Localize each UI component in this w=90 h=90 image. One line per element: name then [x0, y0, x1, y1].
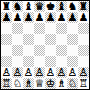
square-f1[interactable]: ♗ — [56, 78, 67, 89]
white-pawn[interactable]: ♙ — [2, 67, 11, 78]
black-pawn[interactable]: ♟ — [68, 12, 77, 23]
square-f3[interactable] — [56, 56, 67, 67]
white-pawn[interactable]: ♙ — [35, 67, 44, 78]
square-g3[interactable] — [67, 56, 78, 67]
square-e4[interactable] — [45, 45, 56, 56]
square-h8[interactable]: ♜ — [78, 1, 89, 12]
square-c3[interactable] — [23, 56, 34, 67]
black-pawn[interactable]: ♟ — [57, 12, 66, 23]
square-g7[interactable]: ♟ — [67, 12, 78, 23]
black-king[interactable]: ♚ — [46, 1, 55, 12]
white-bishop[interactable]: ♗ — [24, 78, 33, 89]
black-pawn[interactable]: ♟ — [79, 12, 88, 23]
square-c7[interactable]: ♟ — [23, 12, 34, 23]
square-g5[interactable] — [67, 34, 78, 45]
square-g6[interactable] — [67, 23, 78, 34]
square-c1[interactable]: ♗ — [23, 78, 34, 89]
square-d8[interactable]: ♛ — [34, 1, 45, 12]
white-pawn[interactable]: ♙ — [79, 67, 88, 78]
square-h3[interactable] — [78, 56, 89, 67]
square-e8[interactable]: ♚ — [45, 1, 56, 12]
square-b7[interactable]: ♟ — [12, 12, 23, 23]
square-f2[interactable]: ♙ — [56, 67, 67, 78]
black-bishop[interactable]: ♝ — [24, 1, 33, 12]
square-a4[interactable] — [1, 45, 12, 56]
black-pawn[interactable]: ♟ — [46, 12, 55, 23]
black-rook[interactable]: ♜ — [2, 1, 11, 12]
square-b4[interactable] — [12, 45, 23, 56]
white-knight[interactable]: ♘ — [13, 78, 22, 89]
square-f8[interactable]: ♝ — [56, 1, 67, 12]
square-b2[interactable]: ♙ — [12, 67, 23, 78]
square-f4[interactable] — [56, 45, 67, 56]
square-d7[interactable]: ♟ — [34, 12, 45, 23]
square-e6[interactable] — [45, 23, 56, 34]
black-bishop[interactable]: ♝ — [57, 1, 66, 12]
white-king[interactable]: ♔ — [46, 78, 55, 89]
square-g8[interactable]: ♞ — [67, 1, 78, 12]
square-g4[interactable] — [67, 45, 78, 56]
chess-board-frame: ♜♞♝♛♚♝♞♜♟♟♟♟♟♟♟♟♙♙♙♙♙♙♙♙♖♘♗♕♔♗♘♖ — [0, 0, 90, 90]
square-b5[interactable] — [12, 34, 23, 45]
white-pawn[interactable]: ♙ — [68, 67, 77, 78]
square-c5[interactable] — [23, 34, 34, 45]
square-b3[interactable] — [12, 56, 23, 67]
square-b8[interactable]: ♞ — [12, 1, 23, 12]
white-pawn[interactable]: ♙ — [24, 67, 33, 78]
square-d5[interactable] — [34, 34, 45, 45]
square-g1[interactable]: ♘ — [67, 78, 78, 89]
square-f5[interactable] — [56, 34, 67, 45]
square-d3[interactable] — [34, 56, 45, 67]
white-knight[interactable]: ♘ — [68, 78, 77, 89]
square-a3[interactable] — [1, 56, 12, 67]
white-pawn[interactable]: ♙ — [13, 67, 22, 78]
black-queen[interactable]: ♛ — [35, 1, 44, 12]
square-f7[interactable]: ♟ — [56, 12, 67, 23]
white-pawn[interactable]: ♙ — [46, 67, 55, 78]
square-d1[interactable]: ♕ — [34, 78, 45, 89]
black-pawn[interactable]: ♟ — [13, 12, 22, 23]
square-e2[interactable]: ♙ — [45, 67, 56, 78]
square-e1[interactable]: ♔ — [45, 78, 56, 89]
square-e5[interactable] — [45, 34, 56, 45]
black-knight[interactable]: ♞ — [68, 1, 77, 12]
square-h1[interactable]: ♖ — [78, 78, 89, 89]
black-knight[interactable]: ♞ — [13, 1, 22, 12]
square-d6[interactable] — [34, 23, 45, 34]
square-d2[interactable]: ♙ — [34, 67, 45, 78]
square-d4[interactable] — [34, 45, 45, 56]
black-pawn[interactable]: ♟ — [2, 12, 11, 23]
square-h2[interactable]: ♙ — [78, 67, 89, 78]
square-a2[interactable]: ♙ — [1, 67, 12, 78]
square-a6[interactable] — [1, 23, 12, 34]
square-e3[interactable] — [45, 56, 56, 67]
black-rook[interactable]: ♜ — [79, 1, 88, 12]
chess-board: ♜♞♝♛♚♝♞♜♟♟♟♟♟♟♟♟♙♙♙♙♙♙♙♙♖♘♗♕♔♗♘♖ — [1, 1, 88, 88]
square-a7[interactable]: ♟ — [1, 12, 12, 23]
black-pawn[interactable]: ♟ — [35, 12, 44, 23]
square-a8[interactable]: ♜ — [1, 1, 12, 12]
square-e7[interactable]: ♟ — [45, 12, 56, 23]
square-c6[interactable] — [23, 23, 34, 34]
square-a1[interactable]: ♖ — [1, 78, 12, 89]
white-queen[interactable]: ♕ — [35, 78, 44, 89]
square-h6[interactable] — [78, 23, 89, 34]
white-bishop[interactable]: ♗ — [57, 78, 66, 89]
square-c8[interactable]: ♝ — [23, 1, 34, 12]
square-g2[interactable]: ♙ — [67, 67, 78, 78]
square-c4[interactable] — [23, 45, 34, 56]
square-b6[interactable] — [12, 23, 23, 34]
square-f6[interactable] — [56, 23, 67, 34]
white-pawn[interactable]: ♙ — [57, 67, 66, 78]
black-pawn[interactable]: ♟ — [24, 12, 33, 23]
square-c2[interactable]: ♙ — [23, 67, 34, 78]
square-h4[interactable] — [78, 45, 89, 56]
square-h5[interactable] — [78, 34, 89, 45]
white-rook[interactable]: ♖ — [79, 78, 88, 89]
square-a5[interactable] — [1, 34, 12, 45]
square-b1[interactable]: ♘ — [12, 78, 23, 89]
square-h7[interactable]: ♟ — [78, 12, 89, 23]
white-rook[interactable]: ♖ — [2, 78, 11, 89]
